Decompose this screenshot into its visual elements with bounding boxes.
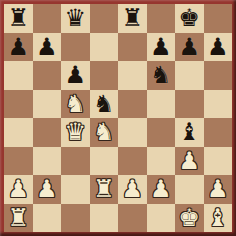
black-rook[interactable]: ♜ [7, 4, 29, 33]
square-c4[interactable]: ♛ [61, 118, 90, 147]
square-d1[interactable] [90, 204, 119, 233]
black-rook[interactable]: ♜ [121, 4, 143, 33]
board-frame: ♜♛♜♚♟♟♟♟♟♟♞♞♞♛♞♝♟♟♟♜♟♟♟♜♚♝ [0, 0, 236, 236]
square-b6[interactable] [33, 61, 62, 90]
white-knight[interactable]: ♞ [93, 118, 115, 147]
square-h8[interactable] [204, 4, 233, 33]
square-g3[interactable]: ♟ [175, 147, 204, 176]
square-a8[interactable]: ♜ [4, 4, 33, 33]
white-knight[interactable]: ♞ [64, 90, 86, 119]
square-c3[interactable] [61, 147, 90, 176]
black-king[interactable]: ♚ [178, 4, 200, 33]
square-f2[interactable]: ♟ [147, 175, 176, 204]
square-e7[interactable] [118, 33, 147, 62]
white-bishop[interactable]: ♝ [207, 204, 229, 233]
square-g5[interactable] [175, 90, 204, 119]
square-g7[interactable]: ♟ [175, 33, 204, 62]
white-rook[interactable]: ♜ [93, 175, 115, 204]
square-h3[interactable] [204, 147, 233, 176]
square-d7[interactable] [90, 33, 119, 62]
square-h2[interactable]: ♟ [204, 175, 233, 204]
square-c5[interactable]: ♞ [61, 90, 90, 119]
square-d8[interactable] [90, 4, 119, 33]
black-pawn[interactable]: ♟ [178, 33, 200, 62]
square-g2[interactable] [175, 175, 204, 204]
square-b5[interactable] [33, 90, 62, 119]
chess-board: ♜♛♜♚♟♟♟♟♟♟♞♞♞♛♞♝♟♟♟♜♟♟♟♜♚♝ [4, 4, 232, 232]
square-e8[interactable]: ♜ [118, 4, 147, 33]
square-f1[interactable] [147, 204, 176, 233]
square-h7[interactable]: ♟ [204, 33, 233, 62]
square-d2[interactable]: ♜ [90, 175, 119, 204]
square-f7[interactable]: ♟ [147, 33, 176, 62]
square-f8[interactable] [147, 4, 176, 33]
square-f5[interactable] [147, 90, 176, 119]
square-a3[interactable] [4, 147, 33, 176]
square-h6[interactable] [204, 61, 233, 90]
square-e5[interactable] [118, 90, 147, 119]
square-g4[interactable]: ♝ [175, 118, 204, 147]
square-e6[interactable] [118, 61, 147, 90]
square-e3[interactable] [118, 147, 147, 176]
square-a5[interactable] [4, 90, 33, 119]
black-bishop[interactable]: ♝ [178, 118, 200, 147]
white-pawn[interactable]: ♟ [36, 175, 58, 204]
square-h1[interactable]: ♝ [204, 204, 233, 233]
square-d4[interactable]: ♞ [90, 118, 119, 147]
white-queen[interactable]: ♛ [64, 118, 86, 147]
black-pawn[interactable]: ♟ [207, 33, 229, 62]
square-d3[interactable] [90, 147, 119, 176]
black-knight[interactable]: ♞ [150, 61, 172, 90]
square-a1[interactable]: ♜ [4, 204, 33, 233]
square-h5[interactable] [204, 90, 233, 119]
square-b3[interactable] [33, 147, 62, 176]
square-g1[interactable]: ♚ [175, 204, 204, 233]
white-pawn[interactable]: ♟ [150, 175, 172, 204]
square-c7[interactable] [61, 33, 90, 62]
square-c2[interactable] [61, 175, 90, 204]
black-pawn[interactable]: ♟ [36, 33, 58, 62]
black-pawn[interactable]: ♟ [64, 61, 86, 90]
white-pawn[interactable]: ♟ [121, 175, 143, 204]
square-d6[interactable] [90, 61, 119, 90]
square-f3[interactable] [147, 147, 176, 176]
square-g8[interactable]: ♚ [175, 4, 204, 33]
black-knight[interactable]: ♞ [93, 90, 115, 119]
square-g6[interactable] [175, 61, 204, 90]
square-e4[interactable] [118, 118, 147, 147]
square-b4[interactable] [33, 118, 62, 147]
white-king[interactable]: ♚ [178, 204, 200, 233]
square-e2[interactable]: ♟ [118, 175, 147, 204]
white-rook[interactable]: ♜ [7, 204, 29, 233]
white-pawn[interactable]: ♟ [178, 147, 200, 176]
square-f4[interactable] [147, 118, 176, 147]
square-c1[interactable] [61, 204, 90, 233]
square-d5[interactable]: ♞ [90, 90, 119, 119]
square-a4[interactable] [4, 118, 33, 147]
square-a6[interactable] [4, 61, 33, 90]
square-a2[interactable]: ♟ [4, 175, 33, 204]
square-e1[interactable] [118, 204, 147, 233]
square-b1[interactable] [33, 204, 62, 233]
square-b7[interactable]: ♟ [33, 33, 62, 62]
black-pawn[interactable]: ♟ [150, 33, 172, 62]
square-b2[interactable]: ♟ [33, 175, 62, 204]
black-queen[interactable]: ♛ [64, 4, 86, 33]
square-h4[interactable] [204, 118, 233, 147]
square-c6[interactable]: ♟ [61, 61, 90, 90]
black-pawn[interactable]: ♟ [7, 33, 29, 62]
square-a7[interactable]: ♟ [4, 33, 33, 62]
square-b8[interactable] [33, 4, 62, 33]
square-c8[interactable]: ♛ [61, 4, 90, 33]
white-pawn[interactable]: ♟ [7, 175, 29, 204]
white-pawn[interactable]: ♟ [207, 175, 229, 204]
square-f6[interactable]: ♞ [147, 61, 176, 90]
